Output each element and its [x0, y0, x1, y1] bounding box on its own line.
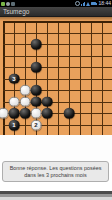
stone-black — [42, 97, 53, 108]
stone-black-move-1: 1 — [9, 120, 20, 131]
clock-text: 18:44 — [98, 0, 111, 7]
stone-white-move-2: 2 — [31, 120, 42, 131]
stone-black — [64, 108, 75, 119]
status-bar-notifications — [1, 2, 15, 6]
battery-icon — [91, 2, 96, 5]
stone-white — [9, 97, 20, 108]
stone-white — [20, 97, 31, 108]
grid-line-horizontal — [3, 125, 112, 126]
status-bar: 18:44 — [0, 0, 112, 7]
stone-black — [20, 108, 31, 119]
move-number-label: 3 — [12, 74, 15, 84]
stone-black — [9, 108, 20, 119]
stone-black — [31, 39, 42, 50]
move-number-label: 1 — [12, 120, 15, 130]
grid-line-horizontal — [3, 33, 112, 34]
stone-black — [31, 62, 42, 73]
grid-line-horizontal — [3, 56, 112, 57]
controls-bar: H ◀ ▶ Check — [0, 135, 112, 162]
stone-black — [31, 85, 42, 96]
stone-white — [20, 85, 31, 96]
stone-black — [42, 108, 53, 119]
notification-icon — [6, 2, 10, 6]
signal-strength-icon — [81, 2, 85, 6]
stone-white — [31, 108, 42, 119]
app-title: Tsumego — [0, 8, 29, 15]
grid-line-horizontal — [3, 67, 112, 68]
grid-line-horizontal — [3, 21, 112, 23]
grid-line-horizontal — [3, 44, 112, 45]
move-number-label: 2 — [34, 120, 37, 130]
status-bar-system: 18:44 — [75, 0, 111, 7]
title-bar: Tsumego — [0, 7, 112, 17]
stone-white — [0, 108, 8, 119]
stone-black — [31, 97, 42, 108]
toast-message: Bonne réponse. Les questions posées dans… — [2, 161, 109, 182]
bottom-band-light — [0, 197, 112, 200]
toast-text: Bonne réponse. Les questions posées dans… — [7, 165, 104, 179]
wifi-icon — [86, 2, 90, 6]
grid-line-horizontal — [3, 79, 112, 80]
notification-icon-2 — [11, 2, 15, 6]
stone-black-move-3: 3 — [9, 73, 20, 84]
go-board[interactable]: 312 — [0, 17, 112, 135]
alarm-icon — [75, 1, 80, 6]
android-icon — [1, 2, 5, 6]
